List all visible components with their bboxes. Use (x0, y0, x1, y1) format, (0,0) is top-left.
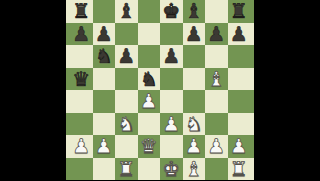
square-f2[interactable]: ♟ (183, 135, 206, 158)
square-c6[interactable]: ♟ (115, 45, 138, 68)
square-f7[interactable]: ♟ (183, 23, 206, 46)
square-e8[interactable]: ♚ (160, 0, 183, 23)
square-f6[interactable] (183, 45, 206, 68)
piece-white-pawn[interactable]: ♟ (228, 135, 251, 158)
square-c8[interactable]: ♝ (115, 0, 138, 23)
video-frame: ♜♝♚♝♜♟♟♟♟♟♞♟♟♛♞♝♟♞♟♞♟♟♛♟♟♟♜♚♝♜ (0, 0, 320, 180)
square-a3[interactable] (70, 113, 93, 136)
square-h8[interactable]: ♜ (228, 0, 251, 23)
square-b3[interactable] (93, 113, 116, 136)
square-g1[interactable] (205, 158, 228, 181)
piece-white-pawn[interactable]: ♟ (183, 135, 206, 158)
square-c5[interactable] (115, 68, 138, 91)
square-b8[interactable] (93, 0, 116, 23)
square-d5[interactable]: ♞ (138, 68, 161, 91)
square-e2[interactable] (160, 135, 183, 158)
square-f5[interactable] (183, 68, 206, 91)
square-d3[interactable] (138, 113, 161, 136)
square-b2[interactable]: ♟ (93, 135, 116, 158)
square-f8[interactable]: ♝ (183, 0, 206, 23)
square-h2[interactable]: ♟ (228, 135, 251, 158)
piece-black-knight[interactable]: ♞ (93, 45, 116, 68)
square-b1[interactable] (93, 158, 116, 181)
piece-black-pawn[interactable]: ♟ (183, 23, 206, 46)
square-a6[interactable] (70, 45, 93, 68)
piece-black-pawn[interactable]: ♟ (228, 23, 251, 46)
square-a8[interactable]: ♜ (70, 0, 93, 23)
square-g2[interactable]: ♟ (205, 135, 228, 158)
piece-black-queen[interactable]: ♛ (70, 68, 93, 91)
square-g6[interactable] (205, 45, 228, 68)
square-c2[interactable] (115, 135, 138, 158)
square-h1[interactable]: ♜ (228, 158, 251, 181)
piece-white-bishop[interactable]: ♝ (205, 68, 228, 91)
square-a4[interactable] (70, 90, 93, 113)
square-g8[interactable] (205, 0, 228, 23)
piece-black-king[interactable]: ♚ (160, 0, 183, 23)
square-h5[interactable] (228, 68, 251, 91)
square-e7[interactable] (160, 23, 183, 46)
piece-white-bishop[interactable]: ♝ (183, 158, 206, 181)
square-b7[interactable]: ♟ (93, 23, 116, 46)
square-f4[interactable] (183, 90, 206, 113)
square-h4[interactable] (228, 90, 251, 113)
piece-black-pawn[interactable]: ♟ (93, 23, 116, 46)
square-g4[interactable] (205, 90, 228, 113)
square-e4[interactable] (160, 90, 183, 113)
square-h7[interactable]: ♟ (228, 23, 251, 46)
square-g3[interactable] (205, 113, 228, 136)
piece-white-pawn[interactable]: ♟ (70, 135, 93, 158)
piece-black-pawn[interactable]: ♟ (160, 45, 183, 68)
piece-black-rook[interactable]: ♜ (70, 0, 93, 23)
square-h3[interactable] (228, 113, 251, 136)
square-a1[interactable] (70, 158, 93, 181)
square-b5[interactable] (93, 68, 116, 91)
square-g5[interactable]: ♝ (205, 68, 228, 91)
chess-board[interactable]: ♜♝♚♝♜♟♟♟♟♟♞♟♟♛♞♝♟♞♟♞♟♟♛♟♟♟♜♚♝♜ (70, 0, 250, 180)
piece-black-pawn[interactable]: ♟ (205, 23, 228, 46)
piece-black-bishop[interactable]: ♝ (115, 0, 138, 23)
piece-white-rook[interactable]: ♜ (228, 158, 251, 181)
letterbox-right (254, 0, 320, 180)
square-e5[interactable] (160, 68, 183, 91)
square-a5[interactable]: ♛ (70, 68, 93, 91)
piece-black-knight[interactable]: ♞ (138, 68, 161, 91)
piece-black-rook[interactable]: ♜ (228, 0, 251, 23)
square-f3[interactable]: ♞ (183, 113, 206, 136)
piece-white-knight[interactable]: ♞ (115, 113, 138, 136)
square-d2[interactable]: ♛ (138, 135, 161, 158)
square-b6[interactable]: ♞ (93, 45, 116, 68)
square-e6[interactable]: ♟ (160, 45, 183, 68)
square-a7[interactable]: ♟ (70, 23, 93, 46)
square-b4[interactable] (93, 90, 116, 113)
square-c4[interactable] (115, 90, 138, 113)
square-c7[interactable] (115, 23, 138, 46)
square-c1[interactable]: ♜ (115, 158, 138, 181)
square-c3[interactable]: ♞ (115, 113, 138, 136)
letterbox-left (0, 0, 66, 180)
piece-black-pawn[interactable]: ♟ (115, 45, 138, 68)
square-h6[interactable] (228, 45, 251, 68)
square-f1[interactable]: ♝ (183, 158, 206, 181)
board-stage: ♜♝♚♝♜♟♟♟♟♟♞♟♟♛♞♝♟♞♟♞♟♟♛♟♟♟♜♚♝♜ (66, 0, 254, 180)
square-d1[interactable] (138, 158, 161, 181)
piece-white-pawn[interactable]: ♟ (93, 135, 116, 158)
square-d6[interactable] (138, 45, 161, 68)
piece-black-pawn[interactable]: ♟ (70, 23, 93, 46)
piece-black-bishop[interactable]: ♝ (183, 0, 206, 23)
square-d7[interactable] (138, 23, 161, 46)
piece-white-queen[interactable]: ♛ (138, 135, 161, 158)
piece-white-rook[interactable]: ♜ (115, 158, 138, 181)
piece-white-king[interactable]: ♚ (160, 158, 183, 181)
square-d8[interactable] (138, 0, 161, 23)
square-e3[interactable]: ♟ (160, 113, 183, 136)
square-d4[interactable]: ♟ (138, 90, 161, 113)
piece-white-pawn[interactable]: ♟ (160, 113, 183, 136)
piece-white-pawn[interactable]: ♟ (138, 90, 161, 113)
piece-white-knight[interactable]: ♞ (183, 113, 206, 136)
square-a2[interactable]: ♟ (70, 135, 93, 158)
piece-white-pawn[interactable]: ♟ (205, 135, 228, 158)
square-g7[interactable]: ♟ (205, 23, 228, 46)
square-e1[interactable]: ♚ (160, 158, 183, 181)
